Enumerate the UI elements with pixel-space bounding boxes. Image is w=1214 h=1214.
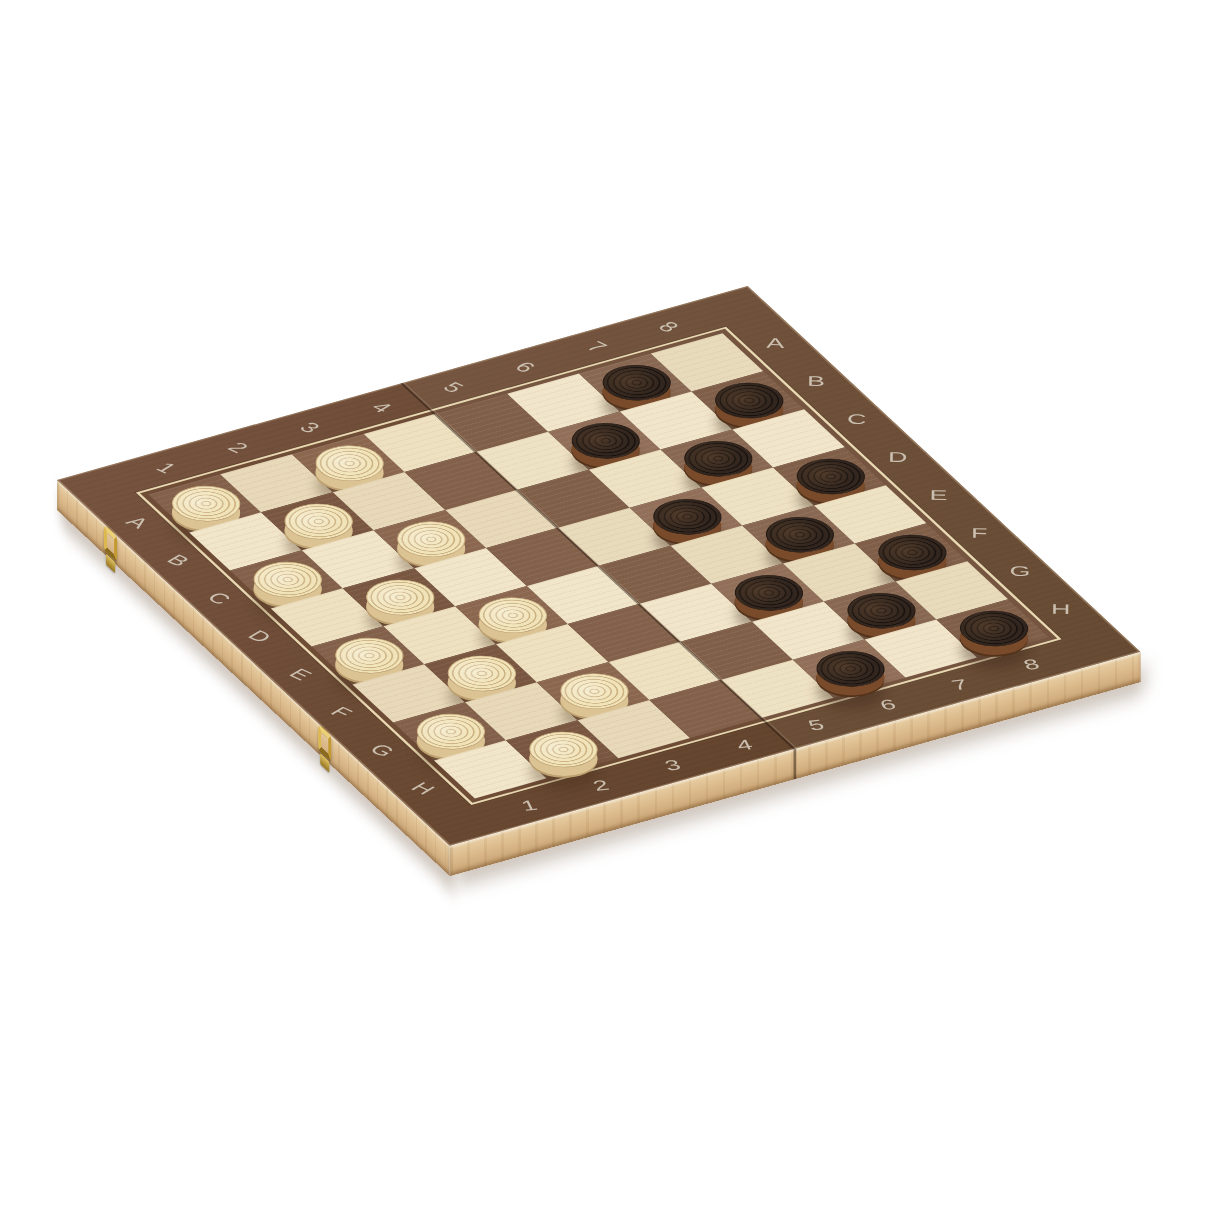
coord-lower-left-B: B: [155, 548, 202, 572]
coord-lower-right-3: 3: [652, 755, 692, 776]
coord-upper-left-7: 7: [574, 335, 621, 359]
coord-upper-left-8: 8: [646, 315, 693, 339]
coord-upper-left-4: 4: [358, 395, 405, 419]
coord-lower-left-D: D: [237, 624, 284, 648]
product-photo-stage: 1122334455667788AABBCCDDEEFFGGHH: [0, 0, 1214, 1214]
coord-lower-left-F: F: [318, 700, 365, 724]
coord-lower-left-G: G: [359, 738, 406, 762]
coord-upper-right-F: F: [963, 524, 996, 542]
coord-lower-right-6: 6: [868, 694, 908, 715]
coord-upper-right-G: G: [1003, 562, 1036, 580]
coord-upper-left-5: 5: [430, 375, 477, 399]
coord-upper-left-3: 3: [287, 415, 334, 439]
coord-lower-right-1: 1: [509, 795, 549, 816]
coord-lower-right-2: 2: [581, 775, 621, 796]
coord-lower-right-4: 4: [724, 735, 764, 756]
coord-upper-left-1: 1: [143, 456, 190, 480]
coord-upper-right-B: B: [799, 372, 832, 390]
board-face: 1122334455667788AABBCCDDEEFFGGHH: [57, 286, 1140, 846]
coord-upper-right-C: C: [840, 410, 873, 428]
coord-upper-right-E: E: [922, 486, 955, 504]
coord-lower-left-A: A: [114, 510, 161, 534]
coord-upper-left-2: 2: [215, 435, 262, 459]
coord-upper-left-6: 6: [502, 355, 549, 379]
coord-lower-right-7: 7: [940, 674, 980, 695]
coord-upper-right-D: D: [881, 448, 914, 466]
fold-seam-rim-notch: [794, 749, 797, 780]
coord-upper-right-A: A: [759, 334, 792, 352]
coord-lower-left-E: E: [277, 662, 324, 686]
coord-lower-left-C: C: [196, 586, 243, 610]
coord-lower-left-H: H: [400, 776, 447, 800]
coord-lower-right-5: 5: [796, 715, 836, 736]
coord-lower-right-8: 8: [1011, 654, 1051, 675]
coord-upper-right-H: H: [1044, 600, 1077, 618]
